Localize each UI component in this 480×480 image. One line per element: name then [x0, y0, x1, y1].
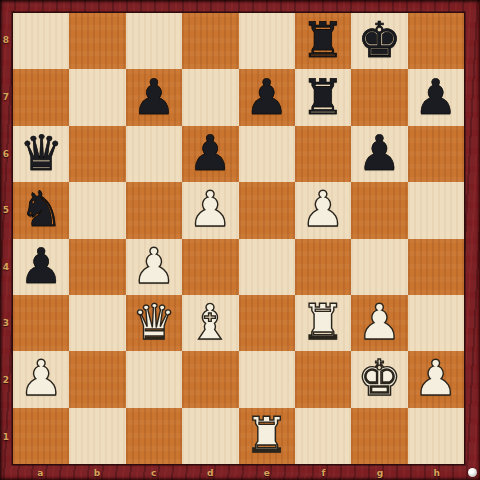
square-g5[interactable]	[351, 182, 407, 238]
square-b6[interactable]	[69, 126, 125, 182]
rank-label-3: 3	[0, 295, 12, 352]
rank-label-2: 2	[0, 352, 12, 409]
square-c4[interactable]: ♟	[126, 239, 182, 295]
square-g4[interactable]	[351, 239, 407, 295]
piece-white-bishop-d3[interactable]: ♝	[182, 295, 238, 351]
rank-label-6: 6	[0, 125, 12, 182]
square-d6[interactable]: ♟	[182, 126, 238, 182]
square-h8[interactable]	[408, 13, 464, 69]
piece-black-pawn-c7[interactable]: ♟	[126, 70, 182, 126]
piece-black-queen-a6[interactable]: ♛	[13, 126, 69, 182]
square-h5[interactable]	[408, 182, 464, 238]
square-b8[interactable]	[69, 13, 125, 69]
square-e4[interactable]	[239, 239, 295, 295]
square-b7[interactable]	[69, 69, 125, 125]
square-f3[interactable]: ♜	[295, 295, 351, 351]
square-c1[interactable]	[126, 408, 182, 464]
rank-labels: 87654321	[0, 12, 12, 465]
chess-board: ♜♚♟♟♜♟♛♟♟♞♟♟♟♟♛♝♜♟♟♚♟♜	[12, 12, 465, 465]
square-d5[interactable]: ♟	[182, 182, 238, 238]
square-d4[interactable]	[182, 239, 238, 295]
square-b3[interactable]	[69, 295, 125, 351]
square-a4[interactable]: ♟	[13, 239, 69, 295]
square-h1[interactable]	[408, 408, 464, 464]
square-e5[interactable]	[239, 182, 295, 238]
rank-label-5: 5	[0, 182, 12, 239]
square-h2[interactable]: ♟	[408, 351, 464, 407]
file-labels: abcdefgh	[12, 465, 465, 480]
square-a7[interactable]	[13, 69, 69, 125]
piece-white-rook-e1[interactable]: ♜	[239, 408, 295, 464]
square-b1[interactable]	[69, 408, 125, 464]
rank-label-7: 7	[0, 69, 12, 126]
square-g2[interactable]: ♚	[351, 351, 407, 407]
file-label-h: h	[408, 465, 465, 480]
square-d3[interactable]: ♝	[182, 295, 238, 351]
file-label-g: g	[352, 465, 409, 480]
piece-black-king-g8[interactable]: ♚	[351, 13, 407, 69]
square-e8[interactable]	[239, 13, 295, 69]
piece-black-pawn-h7[interactable]: ♟	[408, 70, 464, 126]
square-a5[interactable]: ♞	[13, 182, 69, 238]
square-e7[interactable]: ♟	[239, 69, 295, 125]
square-f7[interactable]: ♜	[295, 69, 351, 125]
square-h7[interactable]: ♟	[408, 69, 464, 125]
square-b2[interactable]	[69, 351, 125, 407]
piece-black-rook-f8[interactable]: ♜	[295, 13, 351, 69]
square-e2[interactable]	[239, 351, 295, 407]
square-h3[interactable]	[408, 295, 464, 351]
file-label-c: c	[125, 465, 182, 480]
square-e3[interactable]	[239, 295, 295, 351]
chess-diagram: 87654321 abcdefgh ♜♚♟♟♜♟♛♟♟♞♟♟♟♟♛♝♜♟♟♚♟♜	[0, 0, 480, 480]
square-a1[interactable]	[13, 408, 69, 464]
square-e1[interactable]: ♜	[239, 408, 295, 464]
square-d7[interactable]	[182, 69, 238, 125]
square-c5[interactable]	[126, 182, 182, 238]
piece-white-pawn-f5[interactable]: ♟	[295, 182, 351, 238]
piece-white-king-g2[interactable]: ♚	[351, 351, 407, 407]
piece-black-pawn-d6[interactable]: ♟	[182, 126, 238, 182]
piece-white-pawn-c4[interactable]: ♟	[126, 239, 182, 295]
piece-white-queen-c3[interactable]: ♛	[126, 295, 182, 351]
rank-label-8: 8	[0, 12, 12, 69]
square-d8[interactable]	[182, 13, 238, 69]
piece-black-knight-a5[interactable]: ♞	[13, 182, 69, 238]
square-c2[interactable]	[126, 351, 182, 407]
square-c6[interactable]	[126, 126, 182, 182]
square-d2[interactable]	[182, 351, 238, 407]
white-to-move-indicator-icon	[468, 468, 477, 477]
piece-black-pawn-e7[interactable]: ♟	[239, 70, 295, 126]
square-a3[interactable]	[13, 295, 69, 351]
square-a2[interactable]: ♟	[13, 351, 69, 407]
file-label-b: b	[69, 465, 126, 480]
square-c3[interactable]: ♛	[126, 295, 182, 351]
file-label-a: a	[12, 465, 69, 480]
square-f5[interactable]: ♟	[295, 182, 351, 238]
square-d1[interactable]	[182, 408, 238, 464]
file-label-f: f	[295, 465, 352, 480]
file-label-e: e	[239, 465, 296, 480]
square-e6[interactable]	[239, 126, 295, 182]
square-f2[interactable]	[295, 351, 351, 407]
square-g1[interactable]	[351, 408, 407, 464]
piece-white-pawn-a2[interactable]: ♟	[13, 351, 69, 407]
square-h6[interactable]	[408, 126, 464, 182]
piece-black-pawn-a4[interactable]: ♟	[13, 239, 69, 295]
piece-white-pawn-d5[interactable]: ♟	[182, 182, 238, 238]
piece-white-pawn-g3[interactable]: ♟	[351, 295, 407, 351]
piece-black-rook-f7[interactable]: ♜	[295, 70, 351, 126]
piece-white-rook-f3[interactable]: ♜	[295, 295, 351, 351]
square-g3[interactable]: ♟	[351, 295, 407, 351]
square-f6[interactable]	[295, 126, 351, 182]
square-g7[interactable]	[351, 69, 407, 125]
square-f1[interactable]	[295, 408, 351, 464]
rank-label-1: 1	[0, 408, 12, 465]
square-c8[interactable]	[126, 13, 182, 69]
square-g6[interactable]: ♟	[351, 126, 407, 182]
file-label-d: d	[182, 465, 239, 480]
square-b5[interactable]	[69, 182, 125, 238]
square-f8[interactable]: ♜	[295, 13, 351, 69]
piece-black-pawn-g6[interactable]: ♟	[351, 126, 407, 182]
square-a8[interactable]	[13, 13, 69, 69]
square-b4[interactable]	[69, 239, 125, 295]
square-h4[interactable]	[408, 239, 464, 295]
square-c7[interactable]: ♟	[126, 69, 182, 125]
piece-white-pawn-h2[interactable]: ♟	[408, 351, 464, 407]
square-a6[interactable]: ♛	[13, 126, 69, 182]
square-g8[interactable]: ♚	[351, 13, 407, 69]
square-f4[interactable]	[295, 239, 351, 295]
rank-label-4: 4	[0, 239, 12, 296]
